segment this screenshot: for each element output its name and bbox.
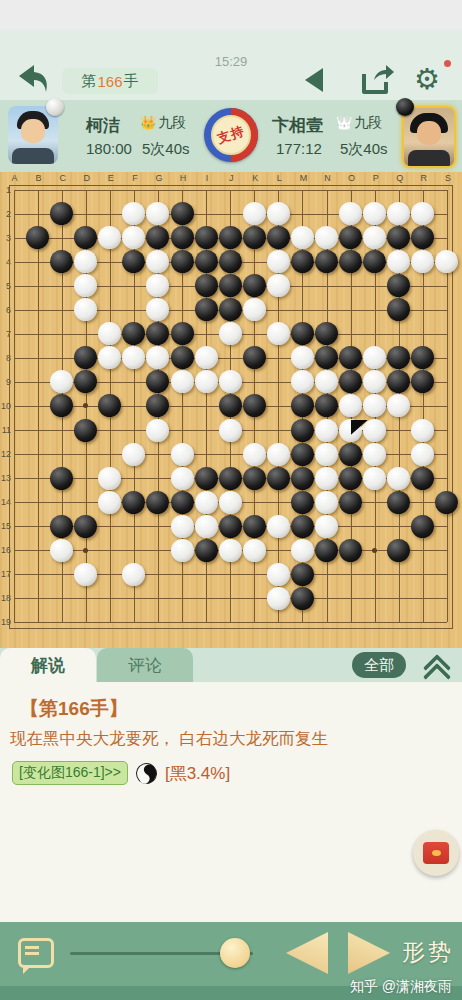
- black-stone: [339, 491, 362, 514]
- black-stone: [267, 467, 290, 490]
- black-stone: [171, 491, 194, 514]
- black-stone: [243, 226, 266, 249]
- white-stone: [387, 467, 410, 490]
- player-bar: 柯洁 180:00 👑九段 5次40s 支持 卞相壹 177:12 👑九段 5次…: [0, 100, 462, 174]
- left-player-name: 柯洁: [86, 114, 120, 137]
- move-suffix: 手: [124, 72, 139, 91]
- black-stone: [219, 250, 242, 273]
- coord-letter: S: [442, 173, 454, 183]
- last-move-flag-marker: [351, 420, 368, 435]
- black-stone: [339, 443, 362, 466]
- black-stone: [195, 539, 218, 562]
- white-stone-badge: [46, 98, 64, 116]
- avatar-face: [417, 121, 441, 145]
- white-stone: [267, 443, 290, 466]
- white-stone: [171, 443, 194, 466]
- black-stone: [195, 226, 218, 249]
- right-player-name: 卞相壹: [272, 114, 323, 137]
- prev-move-icon[interactable]: [305, 68, 323, 92]
- white-stone: [122, 443, 145, 466]
- gear-icon[interactable]: ⚙: [414, 62, 440, 96]
- white-stone: [171, 539, 194, 562]
- white-stone: [267, 274, 290, 297]
- commentary-panel: 【第166手】 现在黑中央大龙要死， 白右边大龙死而复生 [变化图166-1]>…: [0, 682, 462, 922]
- move-number-pill[interactable]: 第166手: [62, 68, 158, 94]
- white-stone: [267, 563, 290, 586]
- white-stone: [267, 515, 290, 538]
- black-stone: [291, 563, 314, 586]
- black-stone: [50, 467, 73, 490]
- black-stone: [195, 298, 218, 321]
- white-stone: [219, 419, 242, 442]
- white-stone: [291, 539, 314, 562]
- white-stone: [435, 250, 458, 273]
- star-point: [83, 548, 88, 553]
- black-stone: [411, 467, 434, 490]
- white-stone: [243, 202, 266, 225]
- white-stone: [267, 587, 290, 610]
- avatar-body: [12, 148, 54, 164]
- white-stone: [411, 443, 434, 466]
- white-stone: [363, 443, 386, 466]
- silver-crown-icon: 👑: [336, 115, 352, 130]
- move-prefix: 第: [81, 72, 96, 91]
- black-stone-badge: [396, 98, 414, 116]
- coord-letter: J: [225, 173, 237, 183]
- black-stone: [74, 515, 97, 538]
- black-stone: [243, 467, 266, 490]
- move-slider-knob[interactable]: [220, 938, 250, 968]
- commentary-title: 【第166手】: [20, 696, 128, 722]
- black-stone: [339, 467, 362, 490]
- white-stone: [291, 226, 314, 249]
- white-stone: [219, 491, 242, 514]
- white-stone: [219, 539, 242, 562]
- black-stone: [219, 274, 242, 297]
- black-stone: [291, 587, 314, 610]
- avatar-body: [408, 150, 450, 166]
- next-move-button[interactable]: [348, 932, 390, 974]
- variation-link[interactable]: [变化图166-1]>>: [12, 761, 128, 785]
- black-stone: [171, 346, 194, 369]
- coord-letter: M: [297, 173, 309, 183]
- black-stone: [387, 539, 410, 562]
- avatar-face: [21, 119, 45, 143]
- goban[interactable]: ABCDEFGHIJKLMNOPQRS123456789101112131415…: [0, 172, 462, 648]
- back-icon[interactable]: [12, 62, 50, 96]
- black-stone: [291, 443, 314, 466]
- coord-letter: H: [177, 173, 189, 183]
- white-stone: [195, 370, 218, 393]
- black-stone: [219, 515, 242, 538]
- white-stone: [315, 491, 338, 514]
- black-stone: [171, 226, 194, 249]
- white-stone: [315, 443, 338, 466]
- white-stone: [267, 250, 290, 273]
- prev-move-button[interactable]: [286, 932, 328, 974]
- white-stone: [171, 467, 194, 490]
- watermark: 知乎 @潇湘夜雨: [350, 978, 452, 996]
- share-icon[interactable]: [360, 64, 394, 96]
- badge-label: 支持: [215, 122, 247, 148]
- white-stone: [315, 226, 338, 249]
- gold-crown-icon: 👑: [140, 115, 156, 130]
- white-stone: [219, 322, 242, 345]
- left-player-time: 180:00: [86, 140, 132, 157]
- coord-letter: N: [322, 173, 334, 183]
- coord-letter: Q: [394, 173, 406, 183]
- black-stone: [50, 515, 73, 538]
- black-stone: [195, 250, 218, 273]
- white-stone: [98, 467, 121, 490]
- coord-letter: L: [273, 173, 285, 183]
- white-stone: [267, 202, 290, 225]
- black-stone: [171, 322, 194, 345]
- black-stone: [243, 515, 266, 538]
- notification-dot: [444, 60, 451, 67]
- red-envelope-icon: [423, 842, 449, 864]
- black-stone: [291, 419, 314, 442]
- coord-letter: A: [9, 173, 21, 183]
- coord-letter: B: [33, 173, 45, 183]
- go-review-app: 15:29 第166手 ⚙ 柯洁 180:00 👑九段 5次40s 支持 卞相壹…: [0, 0, 462, 1000]
- white-stone: [195, 491, 218, 514]
- black-stone: [387, 491, 410, 514]
- grid-line-h: [14, 622, 447, 623]
- red-envelope-button[interactable]: [413, 830, 459, 876]
- variation-row: [变化图166-1]>> [黑3.4%]: [12, 760, 230, 786]
- black-stone: [219, 298, 242, 321]
- coord-letter: O: [346, 173, 358, 183]
- black-stone: [291, 250, 314, 273]
- left-player-byoyomi: 5次40s: [142, 140, 190, 159]
- black-stone: [74, 419, 97, 442]
- coord-letter: K: [249, 173, 261, 183]
- black-stone: [195, 274, 218, 297]
- black-stone: [435, 491, 458, 514]
- situation-button[interactable]: 形势: [402, 937, 454, 968]
- commentary-body: 现在黑中央大龙要死， 白右边大龙死而复生: [10, 728, 450, 750]
- right-player-byoyomi: 5次40s: [340, 140, 388, 159]
- white-stone: [171, 515, 194, 538]
- right-player-rank: 👑九段: [336, 114, 382, 132]
- right-player-time: 177:12: [276, 140, 322, 157]
- black-stone: [267, 226, 290, 249]
- header: 15:29 第166手 ⚙: [0, 30, 462, 100]
- black-stone: [146, 491, 169, 514]
- left-player-rank: 👑九段: [140, 114, 186, 132]
- coord-letter: P: [370, 173, 382, 183]
- black-stone: [171, 202, 194, 225]
- coord-letter: E: [105, 173, 117, 183]
- white-stone: [243, 443, 266, 466]
- white-stone: [195, 346, 218, 369]
- ai-taiji-icon: [132, 759, 160, 787]
- black-stone: [291, 491, 314, 514]
- black-stone: [411, 515, 434, 538]
- white-stone: [219, 370, 242, 393]
- black-stone: [195, 467, 218, 490]
- white-stone: [243, 539, 266, 562]
- move-number: 166: [97, 73, 122, 90]
- avatar-right-player[interactable]: [402, 106, 456, 168]
- star-point: [372, 548, 377, 553]
- white-stone: [195, 515, 218, 538]
- white-stone: [171, 370, 194, 393]
- white-stone: [98, 491, 121, 514]
- white-stone: [363, 467, 386, 490]
- coord-letter: I: [201, 173, 213, 183]
- badge-center: 支持: [211, 115, 251, 155]
- black-stone: [122, 491, 145, 514]
- white-stone: [411, 419, 434, 442]
- grid-line-v: [38, 190, 39, 623]
- coord-letter: C: [57, 173, 69, 183]
- white-stone: [315, 515, 338, 538]
- black-stone: [219, 467, 242, 490]
- black-stone: [291, 467, 314, 490]
- white-stone: [50, 539, 73, 562]
- black-stone: [291, 515, 314, 538]
- black-stone: [243, 274, 266, 297]
- tab-commentary[interactable]: 解说: [0, 648, 96, 682]
- white-stone: [74, 563, 97, 586]
- black-stone: [219, 226, 242, 249]
- black-stone: [339, 539, 362, 562]
- support-badge[interactable]: 支持: [204, 108, 258, 162]
- white-stone: [315, 419, 338, 442]
- white-stone: [146, 419, 169, 442]
- status-bar: [0, 0, 462, 30]
- bottom-toolbar: 形势: [0, 922, 462, 986]
- tabs-row: 解说 评论 全部: [0, 648, 462, 682]
- win-rate-label: [黑3.4%]: [165, 762, 230, 785]
- tab-comments[interactable]: 评论: [97, 648, 193, 682]
- black-stone: [315, 539, 338, 562]
- chat-icon[interactable]: [18, 938, 54, 968]
- white-stone: [243, 298, 266, 321]
- white-stone: [339, 202, 362, 225]
- white-stone: [315, 467, 338, 490]
- coord-letter: R: [418, 173, 430, 183]
- coord-letter: F: [129, 173, 141, 183]
- all-filter-button[interactable]: 全部: [352, 652, 406, 678]
- black-stone: [243, 346, 266, 369]
- coord-letter: G: [153, 173, 165, 183]
- black-stone: [171, 250, 194, 273]
- grid-line-v: [14, 190, 15, 623]
- coord-letter: D: [81, 173, 93, 183]
